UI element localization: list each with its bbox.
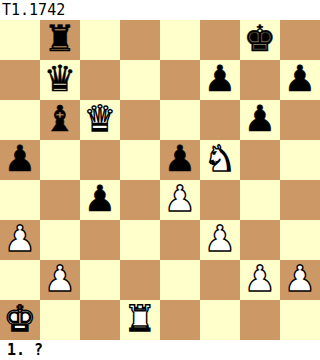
square-b8[interactable]: ♜ [40, 20, 80, 60]
move-prompt: 1. ? [0, 340, 320, 360]
square-c6[interactable]: ♛ [80, 100, 120, 140]
square-h1[interactable] [280, 300, 320, 340]
piece-black-bishop[interactable]: ♝ [44, 100, 76, 139]
square-d6[interactable] [120, 100, 160, 140]
square-e4[interactable]: ♟ [160, 180, 200, 220]
piece-black-pawn[interactable]: ♟ [4, 140, 36, 179]
square-b2[interactable]: ♟ [40, 260, 80, 300]
square-g7[interactable] [240, 60, 280, 100]
square-d8[interactable] [120, 20, 160, 60]
square-a8[interactable] [0, 20, 40, 60]
square-g3[interactable] [240, 220, 280, 260]
square-h6[interactable] [280, 100, 320, 140]
piece-white-pawn[interactable]: ♟ [244, 260, 276, 299]
square-d1[interactable]: ♜ [120, 300, 160, 340]
square-e5[interactable]: ♟ [160, 140, 200, 180]
square-d2[interactable] [120, 260, 160, 300]
square-g4[interactable] [240, 180, 280, 220]
piece-black-pawn[interactable]: ♟ [84, 180, 116, 219]
square-f2[interactable] [200, 260, 240, 300]
piece-black-rook[interactable]: ♜ [44, 20, 76, 59]
square-f1[interactable] [200, 300, 240, 340]
square-a1[interactable]: ♚ [0, 300, 40, 340]
chess-board: ♜♚♛♟♟♝♛♟♟♟♞♟♟♟♟♟♟♟♚♜ [0, 20, 320, 340]
square-c1[interactable] [80, 300, 120, 340]
square-f5[interactable]: ♞ [200, 140, 240, 180]
piece-black-pawn[interactable]: ♟ [284, 60, 316, 99]
piece-black-pawn[interactable]: ♟ [244, 100, 276, 139]
piece-white-queen[interactable]: ♛ [84, 100, 116, 139]
square-h5[interactable] [280, 140, 320, 180]
piece-white-pawn[interactable]: ♟ [44, 260, 76, 299]
square-e6[interactable] [160, 100, 200, 140]
square-h3[interactable] [280, 220, 320, 260]
square-a7[interactable] [0, 60, 40, 100]
piece-white-knight[interactable]: ♞ [204, 140, 236, 179]
square-b7[interactable]: ♛ [40, 60, 80, 100]
square-a2[interactable] [0, 260, 40, 300]
square-e7[interactable] [160, 60, 200, 100]
square-h7[interactable]: ♟ [280, 60, 320, 100]
square-c8[interactable] [80, 20, 120, 60]
square-f4[interactable] [200, 180, 240, 220]
square-c3[interactable] [80, 220, 120, 260]
square-e2[interactable] [160, 260, 200, 300]
square-g2[interactable]: ♟ [240, 260, 280, 300]
piece-white-pawn[interactable]: ♟ [4, 220, 36, 259]
square-g6[interactable]: ♟ [240, 100, 280, 140]
square-h4[interactable] [280, 180, 320, 220]
square-g5[interactable] [240, 140, 280, 180]
piece-black-king[interactable]: ♚ [244, 20, 276, 59]
piece-white-pawn[interactable]: ♟ [164, 180, 196, 219]
square-b1[interactable] [40, 300, 80, 340]
piece-white-pawn[interactable]: ♟ [284, 260, 316, 299]
piece-white-pawn[interactable]: ♟ [204, 220, 236, 259]
square-c7[interactable] [80, 60, 120, 100]
square-e8[interactable] [160, 20, 200, 60]
piece-black-queen[interactable]: ♛ [44, 60, 76, 99]
puzzle-id: T1.1742 [0, 0, 320, 20]
chess-puzzle-app: T1.1742 ♜♚♛♟♟♝♛♟♟♟♞♟♟♟♟♟♟♟♚♜ 1. ? [0, 0, 320, 360]
square-b5[interactable] [40, 140, 80, 180]
square-e3[interactable] [160, 220, 200, 260]
square-c5[interactable] [80, 140, 120, 180]
square-d4[interactable] [120, 180, 160, 220]
square-d5[interactable] [120, 140, 160, 180]
piece-white-rook[interactable]: ♜ [124, 300, 156, 339]
square-g8[interactable]: ♚ [240, 20, 280, 60]
square-b6[interactable]: ♝ [40, 100, 80, 140]
square-c4[interactable]: ♟ [80, 180, 120, 220]
square-f3[interactable]: ♟ [200, 220, 240, 260]
square-e1[interactable] [160, 300, 200, 340]
piece-black-pawn[interactable]: ♟ [164, 140, 196, 179]
piece-black-pawn[interactable]: ♟ [204, 60, 236, 99]
square-d3[interactable] [120, 220, 160, 260]
square-d7[interactable] [120, 60, 160, 100]
square-a3[interactable]: ♟ [0, 220, 40, 260]
square-c2[interactable] [80, 260, 120, 300]
square-a6[interactable] [0, 100, 40, 140]
square-h2[interactable]: ♟ [280, 260, 320, 300]
square-h8[interactable] [280, 20, 320, 60]
square-f6[interactable] [200, 100, 240, 140]
square-f7[interactable]: ♟ [200, 60, 240, 100]
square-f8[interactable] [200, 20, 240, 60]
square-g1[interactable] [240, 300, 280, 340]
square-b4[interactable] [40, 180, 80, 220]
square-a4[interactable] [0, 180, 40, 220]
square-a5[interactable]: ♟ [0, 140, 40, 180]
square-b3[interactable] [40, 220, 80, 260]
piece-white-king[interactable]: ♚ [4, 300, 36, 339]
